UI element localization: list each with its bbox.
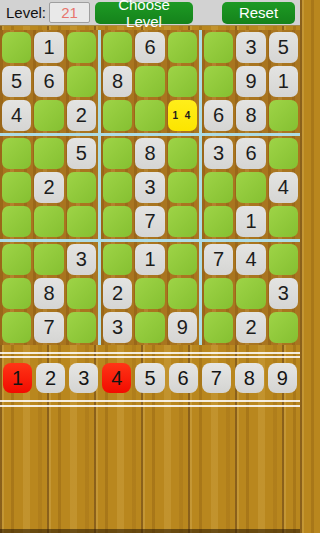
number-button-8[interactable]: 8	[235, 363, 264, 393]
cell-r6c4[interactable]: 1	[135, 244, 164, 275]
reset-button[interactable]: Reset	[222, 2, 295, 24]
cell-r3c7[interactable]: 6	[236, 138, 265, 169]
number-button-6[interactable]: 6	[169, 363, 198, 393]
level-label: Level:	[6, 4, 46, 21]
cell-r4c5[interactable]	[168, 172, 197, 203]
cell-r2c4[interactable]	[135, 100, 164, 131]
cell-r6c7[interactable]: 4	[236, 244, 265, 275]
stripe-top-1	[0, 352, 300, 354]
cell-r0c7[interactable]: 3	[236, 32, 265, 63]
cell-r8c7[interactable]: 2	[236, 312, 265, 343]
sudoku-board: 15642681 435916852837364138712397432	[0, 30, 300, 345]
cell-r5c6[interactable]	[204, 206, 233, 237]
cell-r5c5[interactable]	[168, 206, 197, 237]
cell-r7c2[interactable]	[67, 278, 96, 309]
number-button-4[interactable]: 4	[102, 363, 131, 393]
sudoku-app: { "game": "sudoku", "position": ".1..6..…	[0, 0, 300, 533]
cell-r1c6[interactable]	[204, 66, 233, 97]
stripe-bottom-2	[0, 405, 300, 407]
cell-r5c3[interactable]	[103, 206, 132, 237]
cell-r7c5[interactable]	[168, 278, 197, 309]
cell-r2c3[interactable]	[103, 100, 132, 131]
cell-r0c3[interactable]	[103, 32, 132, 63]
cell-r8c0[interactable]	[2, 312, 31, 343]
top-bar: Level: 21 Choose Level Reset	[0, 0, 300, 26]
cell-r2c2[interactable]: 2	[67, 100, 96, 131]
cell-r0c2[interactable]	[67, 32, 96, 63]
cell-r1c1[interactable]: 6	[34, 66, 63, 97]
cell-r7c0[interactable]	[2, 278, 31, 309]
cell-r7c7[interactable]	[236, 278, 265, 309]
cell-r5c1[interactable]	[34, 206, 63, 237]
cell-r4c2[interactable]	[67, 172, 96, 203]
cell-r1c3[interactable]: 8	[103, 66, 132, 97]
cell-r5c2[interactable]	[67, 206, 96, 237]
number-button-1[interactable]: 1	[3, 363, 32, 393]
cell-r5c8[interactable]	[269, 206, 298, 237]
cell-r2c7[interactable]: 8	[236, 100, 265, 131]
cell-r7c6[interactable]	[204, 278, 233, 309]
cell-r2c8[interactable]	[269, 100, 298, 131]
cell-r3c5[interactable]	[168, 138, 197, 169]
cell-r7c8[interactable]: 3	[269, 278, 298, 309]
bottom-shade	[0, 529, 300, 533]
cell-r0c0[interactable]	[2, 32, 31, 63]
cell-r1c2[interactable]	[67, 66, 96, 97]
cell-r6c3[interactable]	[103, 244, 132, 275]
cell-r4c3[interactable]	[103, 172, 132, 203]
box-6: 387	[0, 242, 98, 345]
cell-r6c0[interactable]	[2, 244, 31, 275]
cell-r3c2[interactable]: 5	[67, 138, 96, 169]
level-value: 21	[61, 4, 78, 21]
cell-r8c2[interactable]	[67, 312, 96, 343]
cell-r8c3[interactable]: 3	[103, 312, 132, 343]
cell-r1c8[interactable]: 1	[269, 66, 298, 97]
cell-r8c5[interactable]: 9	[168, 312, 197, 343]
cell-r3c3[interactable]	[103, 138, 132, 169]
cell-r4c1[interactable]: 2	[34, 172, 63, 203]
cell-r0c4[interactable]: 6	[135, 32, 164, 63]
cell-r7c3[interactable]: 2	[103, 278, 132, 309]
selected-cell-r2c5[interactable]: 1 4	[168, 100, 197, 131]
cell-r6c8[interactable]	[269, 244, 298, 275]
number-pad: 123456789	[0, 361, 300, 395]
box-2: 359168	[202, 30, 300, 133]
cell-r1c4[interactable]	[135, 66, 164, 97]
box-5: 3641	[202, 136, 300, 239]
cell-r8c1[interactable]: 7	[34, 312, 63, 343]
cell-r8c8[interactable]	[269, 312, 298, 343]
level-value-box: 21	[49, 2, 90, 23]
cell-r3c6[interactable]: 3	[204, 138, 233, 169]
cell-r0c8[interactable]: 5	[269, 32, 298, 63]
cell-r2c6[interactable]: 6	[204, 100, 233, 131]
cell-r7c4[interactable]	[135, 278, 164, 309]
cell-r3c1[interactable]	[34, 138, 63, 169]
cell-r2c0[interactable]: 4	[2, 100, 31, 131]
number-button-2[interactable]: 2	[36, 363, 65, 393]
cell-r0c1[interactable]: 1	[34, 32, 63, 63]
cell-r3c4[interactable]: 8	[135, 138, 164, 169]
cell-r4c7[interactable]	[236, 172, 265, 203]
box-1: 681 4	[101, 30, 199, 133]
number-button-7[interactable]: 7	[202, 363, 231, 393]
cell-r6c2[interactable]: 3	[67, 244, 96, 275]
number-button-3[interactable]: 3	[69, 363, 98, 393]
cell-r4c8[interactable]: 4	[269, 172, 298, 203]
number-button-5[interactable]: 5	[135, 363, 164, 393]
cell-r2c1[interactable]	[34, 100, 63, 131]
cell-r1c7[interactable]: 9	[236, 66, 265, 97]
cell-r5c7[interactable]: 1	[236, 206, 265, 237]
cell-r1c5[interactable]	[168, 66, 197, 97]
cell-r8c4[interactable]	[135, 312, 164, 343]
box-3: 52	[0, 136, 98, 239]
cell-r4c6[interactable]	[204, 172, 233, 203]
stripe-top-2	[0, 356, 300, 358]
cell-r6c1[interactable]	[34, 244, 63, 275]
cell-r4c0[interactable]	[2, 172, 31, 203]
cell-r7c1[interactable]: 8	[34, 278, 63, 309]
cell-r5c4[interactable]: 7	[135, 206, 164, 237]
cell-r0c6[interactable]	[204, 32, 233, 63]
cell-r0c5[interactable]	[168, 32, 197, 63]
box-0: 15642	[0, 30, 98, 133]
cell-r4c4[interactable]: 3	[135, 172, 164, 203]
cell-r5c0[interactable]	[2, 206, 31, 237]
cell-r3c8[interactable]	[269, 138, 298, 169]
stripe-bottom-1	[0, 400, 300, 402]
cell-r8c6[interactable]	[204, 312, 233, 343]
cell-r3c0[interactable]	[2, 138, 31, 169]
choose-level-button[interactable]: Choose Level	[95, 2, 193, 24]
cell-r6c6[interactable]: 7	[204, 244, 233, 275]
number-button-9[interactable]: 9	[268, 363, 297, 393]
box-4: 837	[101, 136, 199, 239]
box-8: 7432	[202, 242, 300, 345]
cell-r6c5[interactable]	[168, 244, 197, 275]
box-7: 1239	[101, 242, 199, 345]
cell-r1c0[interactable]: 5	[2, 66, 31, 97]
